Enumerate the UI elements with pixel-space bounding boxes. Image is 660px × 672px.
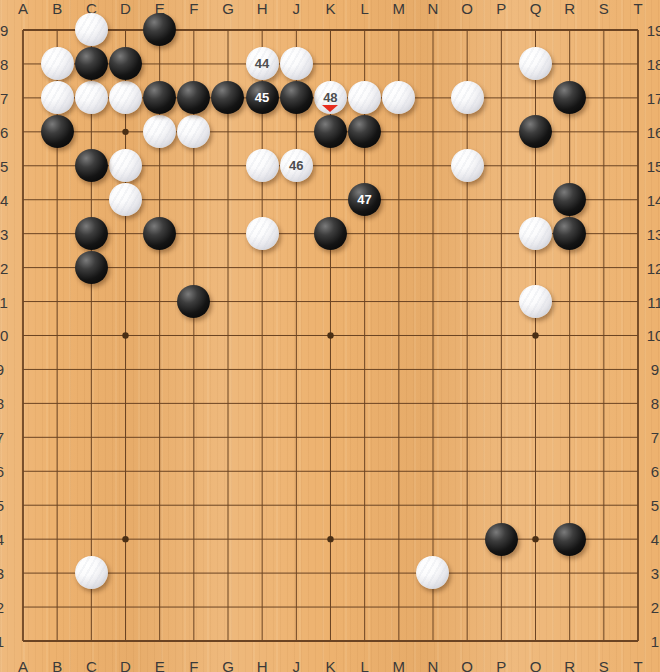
- stone-black-K16: [314, 115, 347, 148]
- move-number: 45: [255, 91, 269, 104]
- stone-black-F11: [177, 285, 210, 318]
- stone-black-R13: [553, 217, 586, 250]
- stone-white-K17: 48: [314, 81, 347, 114]
- stone-black-E19: [143, 13, 176, 46]
- stone-white-O17: [451, 81, 484, 114]
- stone-black-H17: 45: [246, 81, 279, 114]
- stone-white-B18: [41, 47, 74, 80]
- stone-black-L16: [348, 115, 381, 148]
- stone-black-C15: [75, 149, 108, 182]
- stone-white-D15: [109, 149, 142, 182]
- move-number: 44: [255, 57, 269, 70]
- stone-white-Q13: [519, 217, 552, 250]
- stone-white-C17: [75, 81, 108, 114]
- stone-black-G17: [211, 81, 244, 114]
- move-number: 48: [323, 91, 337, 104]
- stone-black-P4: [485, 523, 518, 556]
- stone-white-H15: [246, 149, 279, 182]
- stone-black-K13: [314, 217, 347, 250]
- stone-white-D17: [109, 81, 142, 114]
- stone-white-M17: [382, 81, 415, 114]
- stone-white-H18: 44: [246, 47, 279, 80]
- stone-white-J18: [280, 47, 313, 80]
- stone-black-D18: [109, 47, 142, 80]
- stone-black-B16: [41, 115, 74, 148]
- stone-black-L14: 47: [348, 183, 381, 216]
- stone-white-C3: [75, 556, 108, 589]
- last-move-marker-icon: [322, 105, 338, 112]
- stone-white-L17: [348, 81, 381, 114]
- move-number: 46: [289, 159, 303, 172]
- stone-white-J15: 46: [280, 149, 313, 182]
- stone-black-E13: [143, 217, 176, 250]
- stone-black-C12: [75, 251, 108, 284]
- stone-white-C19: [75, 13, 108, 46]
- stone-black-E17: [143, 81, 176, 114]
- stone-white-N3: [416, 556, 449, 589]
- stone-black-F17: [177, 81, 210, 114]
- stone-white-E16: [143, 115, 176, 148]
- stone-black-C18: [75, 47, 108, 80]
- stone-white-Q11: [519, 285, 552, 318]
- move-number: 47: [357, 193, 371, 206]
- stone-black-R4: [553, 523, 586, 556]
- go-app-screen: AABBCCDDEEFFGGHHJJKKLLMMNNOOPPQQRRSSTT19…: [0, 0, 660, 672]
- stone-white-Q18: [519, 47, 552, 80]
- stone-black-C13: [75, 217, 108, 250]
- stone-black-R14: [553, 183, 586, 216]
- stone-black-J17: [280, 81, 313, 114]
- stone-white-F16: [177, 115, 210, 148]
- go-board[interactable]: 4448464547: [6, 13, 655, 658]
- stone-white-O15: [451, 149, 484, 182]
- stone-black-Q16: [519, 115, 552, 148]
- stone-white-D14: [109, 183, 142, 216]
- stone-black-R17: [553, 81, 586, 114]
- stone-white-B17: [41, 81, 74, 114]
- stone-white-H13: [246, 217, 279, 250]
